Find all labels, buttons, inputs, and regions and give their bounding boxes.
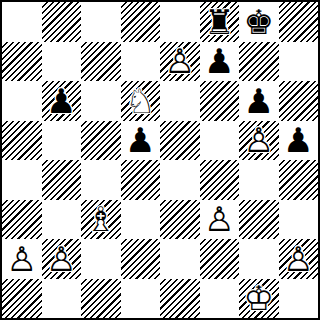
square-h6[interactable] (279, 81, 319, 121)
square-e5[interactable] (160, 121, 200, 161)
square-c6[interactable] (81, 81, 121, 121)
square-a5[interactable] (2, 121, 42, 161)
square-g2[interactable] (239, 239, 279, 279)
square-c3[interactable]: ♝♗ (81, 200, 121, 240)
square-d3[interactable] (121, 200, 161, 240)
white-bishop-c3[interactable]: ♝♗ (81, 200, 121, 240)
piece-glyph: ♟ (121, 121, 161, 161)
square-g6[interactable]: ♟♟ (239, 81, 279, 121)
square-c5[interactable] (81, 121, 121, 161)
square-c2[interactable] (81, 239, 121, 279)
piece-glyph: ♙ (239, 121, 279, 161)
piece-glyph: ♟ (200, 42, 240, 82)
square-g5[interactable]: ♟♙ (239, 121, 279, 161)
piece-glyph: ♙ (200, 200, 240, 240)
black-pawn-g6[interactable]: ♟♟ (239, 81, 279, 121)
piece-glyph: ♗ (81, 200, 121, 240)
piece-glyph: ♟ (42, 81, 82, 121)
piece-glyph: ♙ (160, 42, 200, 82)
square-g3[interactable] (239, 200, 279, 240)
square-a3[interactable] (2, 200, 42, 240)
white-pawn-e7[interactable]: ♟♙ (160, 42, 200, 82)
square-b8[interactable] (42, 2, 82, 42)
square-a6[interactable] (2, 81, 42, 121)
square-e8[interactable] (160, 2, 200, 42)
piece-glyph: ♙ (279, 239, 319, 279)
piece-glyph: ♔ (239, 279, 279, 319)
square-d5[interactable]: ♟♟ (121, 121, 161, 161)
piece-glyph: ♜ (200, 2, 240, 42)
white-king-g1[interactable]: ♚♔ (239, 279, 279, 319)
square-e7[interactable]: ♟♙ (160, 42, 200, 82)
square-b5[interactable] (42, 121, 82, 161)
square-h2[interactable]: ♟♙ (279, 239, 319, 279)
square-g7[interactable] (239, 42, 279, 82)
square-b1[interactable] (42, 279, 82, 319)
square-a7[interactable] (2, 42, 42, 82)
square-e4[interactable] (160, 160, 200, 200)
piece-glyph: ♚ (239, 2, 279, 42)
square-f6[interactable] (200, 81, 240, 121)
square-b2[interactable]: ♟♙ (42, 239, 82, 279)
square-c4[interactable] (81, 160, 121, 200)
square-e2[interactable] (160, 239, 200, 279)
square-c8[interactable] (81, 2, 121, 42)
square-d2[interactable] (121, 239, 161, 279)
square-h5[interactable]: ♟♟ (279, 121, 319, 161)
white-knight-d6[interactable]: ♞♘ (121, 81, 161, 121)
chess-board: ♜♜♚♚♟♙♟♟♟♟♞♘♟♟♟♟♟♙♟♟♝♗♟♙♟♙♟♙♟♙♚♔ (0, 0, 320, 320)
square-c1[interactable] (81, 279, 121, 319)
square-a8[interactable] (2, 2, 42, 42)
square-c7[interactable] (81, 42, 121, 82)
white-pawn-h2[interactable]: ♟♙ (279, 239, 319, 279)
black-pawn-f7[interactable]: ♟♟ (200, 42, 240, 82)
white-pawn-g5[interactable]: ♟♙ (239, 121, 279, 161)
white-pawn-b2[interactable]: ♟♙ (42, 239, 82, 279)
square-e3[interactable] (160, 200, 200, 240)
square-h4[interactable] (279, 160, 319, 200)
white-pawn-f3[interactable]: ♟♙ (200, 200, 240, 240)
square-f8[interactable]: ♜♜ (200, 2, 240, 42)
piece-glyph: ♘ (121, 81, 161, 121)
square-h7[interactable] (279, 42, 319, 82)
square-d7[interactable] (121, 42, 161, 82)
piece-glyph: ♙ (42, 239, 82, 279)
square-b4[interactable] (42, 160, 82, 200)
square-e1[interactable] (160, 279, 200, 319)
square-d4[interactable] (121, 160, 161, 200)
piece-glyph: ♟ (239, 81, 279, 121)
white-pawn-a2[interactable]: ♟♙ (2, 239, 42, 279)
square-h8[interactable] (279, 2, 319, 42)
square-d6[interactable]: ♞♘ (121, 81, 161, 121)
square-e6[interactable] (160, 81, 200, 121)
black-pawn-b6[interactable]: ♟♟ (42, 81, 82, 121)
square-a2[interactable]: ♟♙ (2, 239, 42, 279)
square-a4[interactable] (2, 160, 42, 200)
square-f3[interactable]: ♟♙ (200, 200, 240, 240)
square-g4[interactable] (239, 160, 279, 200)
square-b6[interactable]: ♟♟ (42, 81, 82, 121)
square-h3[interactable] (279, 200, 319, 240)
piece-glyph: ♙ (2, 239, 42, 279)
black-king-g8[interactable]: ♚♚ (239, 2, 279, 42)
square-b3[interactable] (42, 200, 82, 240)
square-g8[interactable]: ♚♚ (239, 2, 279, 42)
square-g1[interactable]: ♚♔ (239, 279, 279, 319)
square-a1[interactable] (2, 279, 42, 319)
black-pawn-d5[interactable]: ♟♟ (121, 121, 161, 161)
square-d8[interactable] (121, 2, 161, 42)
square-f4[interactable] (200, 160, 240, 200)
square-b7[interactable] (42, 42, 82, 82)
piece-glyph: ♟ (279, 121, 319, 161)
square-f7[interactable]: ♟♟ (200, 42, 240, 82)
square-h1[interactable] (279, 279, 319, 319)
black-pawn-h5[interactable]: ♟♟ (279, 121, 319, 161)
square-f1[interactable] (200, 279, 240, 319)
square-f2[interactable] (200, 239, 240, 279)
black-rook-f8[interactable]: ♜♜ (200, 2, 240, 42)
square-f5[interactable] (200, 121, 240, 161)
square-d1[interactable] (121, 279, 161, 319)
